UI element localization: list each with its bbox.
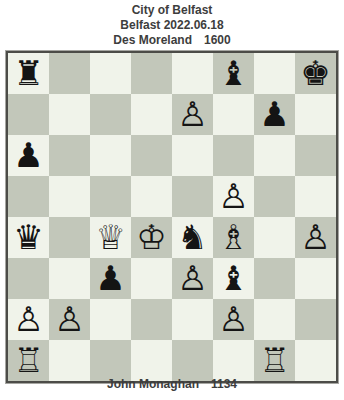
white-pawn-piece: ♙ (54, 299, 84, 340)
square-h3[interactable] (295, 258, 336, 299)
square-h8[interactable]: ♚ (295, 53, 336, 94)
square-b3[interactable] (49, 258, 90, 299)
black-bishop-piece: ♝ (218, 53, 248, 94)
white-queen-piece: ♕ (95, 217, 125, 258)
white-pawn-piece: ♙ (177, 258, 207, 299)
square-h1[interactable] (295, 340, 336, 381)
square-c1[interactable] (90, 340, 131, 381)
square-e6[interactable] (172, 135, 213, 176)
white-king-piece: ♔ (136, 217, 166, 258)
square-c6[interactable] (90, 135, 131, 176)
black-queen-piece: ♛ (13, 217, 43, 258)
square-b8[interactable] (49, 53, 90, 94)
white-pawn-piece: ♙ (218, 299, 248, 340)
square-g6[interactable] (254, 135, 295, 176)
square-f5[interactable]: ♙ (213, 176, 254, 217)
white-bishop-piece: ♗ (218, 217, 248, 258)
black-pawn-piece: ♟ (13, 135, 43, 176)
black-bishop-piece: ♝ (218, 258, 248, 299)
black-king-piece: ♚ (300, 53, 330, 94)
square-d5[interactable] (131, 176, 172, 217)
square-b4[interactable] (49, 217, 90, 258)
white-pawn-piece: ♙ (13, 299, 43, 340)
square-d3[interactable] (131, 258, 172, 299)
square-e7[interactable]: ♙ (172, 94, 213, 135)
black-rook-piece: ♜ (13, 53, 43, 94)
white-player-line: John Monaghan1134 (0, 377, 344, 392)
black-pawn-piece: ♟ (95, 258, 125, 299)
event-title: City of Belfast (0, 3, 344, 18)
square-g4[interactable] (254, 217, 295, 258)
square-h6[interactable] (295, 135, 336, 176)
square-h5[interactable] (295, 176, 336, 217)
square-b7[interactable] (49, 94, 90, 135)
square-f1[interactable] (213, 340, 254, 381)
square-g1[interactable]: ♖ (254, 340, 295, 381)
square-g8[interactable] (254, 53, 295, 94)
square-b5[interactable] (49, 176, 90, 217)
square-d6[interactable] (131, 135, 172, 176)
square-b6[interactable] (49, 135, 90, 176)
board: ♜♝♚♙♟♟♙♛♕♔♞♗♙♟♙♝♙♙♙♖♖ (8, 53, 336, 381)
square-a2[interactable]: ♙ (8, 299, 49, 340)
square-d8[interactable] (131, 53, 172, 94)
square-d4[interactable]: ♔ (131, 217, 172, 258)
event-site-date: Belfast 2022.06.18 (0, 18, 344, 33)
square-d1[interactable] (131, 340, 172, 381)
square-g2[interactable] (254, 299, 295, 340)
square-f7[interactable] (213, 94, 254, 135)
white-pawn-piece: ♙ (300, 217, 330, 258)
white-player-rating: 1134 (211, 377, 237, 391)
black-player-name: Des Moreland (113, 33, 192, 47)
square-e2[interactable] (172, 299, 213, 340)
square-a3[interactable] (8, 258, 49, 299)
square-f4[interactable]: ♗ (213, 217, 254, 258)
square-g7[interactable]: ♟ (254, 94, 295, 135)
black-knight-piece: ♞ (177, 217, 207, 258)
diagram-header: City of Belfast Belfast 2022.06.18 Des M… (0, 0, 344, 48)
square-f2[interactable]: ♙ (213, 299, 254, 340)
square-e1[interactable] (172, 340, 213, 381)
square-f3[interactable]: ♝ (213, 258, 254, 299)
black-pawn-piece: ♟ (259, 94, 289, 135)
square-c7[interactable] (90, 94, 131, 135)
square-c2[interactable] (90, 299, 131, 340)
square-h7[interactable] (295, 94, 336, 135)
square-a4[interactable]: ♛ (8, 217, 49, 258)
square-b1[interactable] (49, 340, 90, 381)
square-d7[interactable] (131, 94, 172, 135)
white-player-name: John Monaghan (107, 377, 199, 391)
square-e4[interactable]: ♞ (172, 217, 213, 258)
square-e3[interactable]: ♙ (172, 258, 213, 299)
square-e8[interactable] (172, 53, 213, 94)
square-d2[interactable] (131, 299, 172, 340)
square-e5[interactable] (172, 176, 213, 217)
board-frame: ♜♝♚♙♟♟♙♛♕♔♞♗♙♟♙♝♙♙♙♖♖ (6, 51, 338, 383)
square-c3[interactable]: ♟ (90, 258, 131, 299)
square-a5[interactable] (8, 176, 49, 217)
black-player-line: Des Moreland1600 (0, 33, 344, 48)
square-f6[interactable] (213, 135, 254, 176)
square-g3[interactable] (254, 258, 295, 299)
chess-diagram-page: City of Belfast Belfast 2022.06.18 Des M… (0, 0, 344, 400)
square-a6[interactable]: ♟ (8, 135, 49, 176)
white-rook-piece: ♖ (259, 340, 289, 381)
white-pawn-piece: ♙ (177, 94, 207, 135)
square-h4[interactable]: ♙ (295, 217, 336, 258)
square-b2[interactable]: ♙ (49, 299, 90, 340)
square-g5[interactable] (254, 176, 295, 217)
white-pawn-piece: ♙ (218, 176, 248, 217)
square-c8[interactable] (90, 53, 131, 94)
white-rook-piece: ♖ (13, 340, 43, 381)
square-f8[interactable]: ♝ (213, 53, 254, 94)
square-h2[interactable] (295, 299, 336, 340)
square-a1[interactable]: ♖ (8, 340, 49, 381)
square-c4[interactable]: ♕ (90, 217, 131, 258)
square-a8[interactable]: ♜ (8, 53, 49, 94)
black-player-rating: 1600 (204, 33, 231, 47)
square-a7[interactable] (8, 94, 49, 135)
square-c5[interactable] (90, 176, 131, 217)
